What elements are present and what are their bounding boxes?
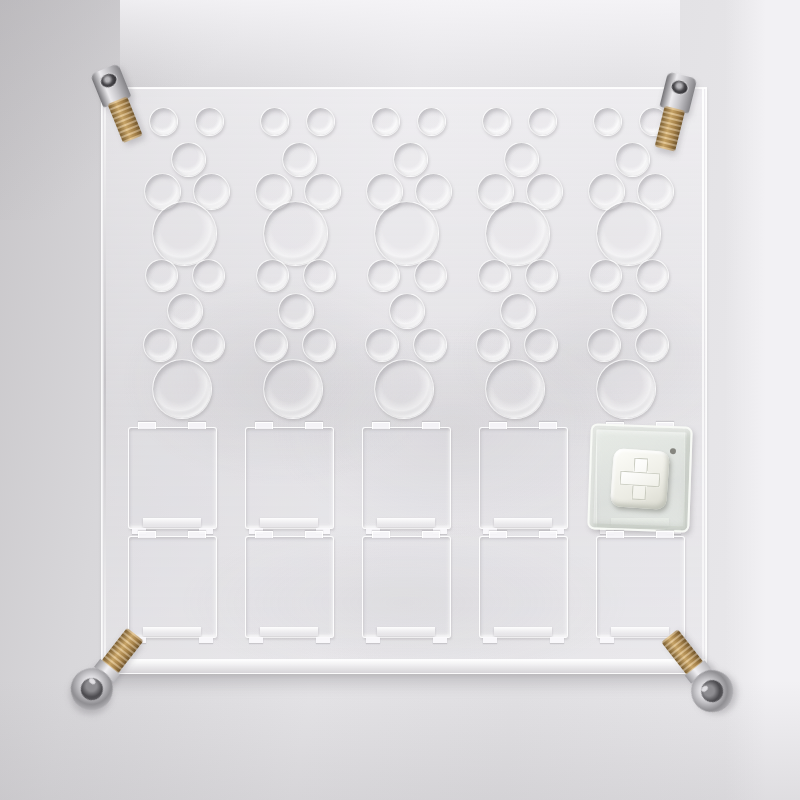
plate-edge	[102, 659, 706, 673]
cross-stem-icon	[619, 471, 660, 488]
plate-notch	[255, 531, 273, 538]
drilled-hole	[367, 259, 400, 292]
drilled-hole	[635, 328, 669, 362]
plate-notch	[143, 627, 200, 636]
drilled-hole	[596, 359, 656, 419]
plate-notch	[550, 637, 564, 643]
drilled-hole	[589, 259, 622, 292]
plate-notch	[422, 531, 440, 538]
drilled-hole	[485, 201, 550, 266]
plate-notch	[199, 637, 213, 643]
drilled-hole	[524, 328, 558, 362]
plate-notch	[138, 422, 156, 429]
plate-notch	[249, 637, 263, 643]
drilled-hole	[636, 259, 669, 292]
drilled-hole	[256, 259, 289, 292]
plate-notch	[143, 518, 200, 527]
plate-notch	[494, 518, 551, 527]
plate-notch	[494, 627, 551, 636]
drilled-hole	[528, 107, 557, 136]
drilled-hole	[593, 107, 622, 136]
hex-socket-icon	[669, 78, 690, 97]
plate-notch	[539, 531, 557, 538]
drilled-hole	[278, 293, 314, 329]
drilled-hole	[615, 142, 650, 177]
switch-cutout	[596, 427, 685, 529]
drilled-hole	[587, 328, 621, 362]
plate-notch	[188, 531, 206, 538]
drilled-hole	[482, 107, 511, 136]
drilled-hole	[596, 201, 661, 266]
drilled-hole	[195, 107, 224, 136]
drilled-hole	[371, 107, 400, 136]
plate-notch	[377, 627, 434, 636]
plate-notch	[489, 422, 507, 429]
paper-highlight-top	[120, 0, 680, 90]
drilled-hole	[167, 293, 203, 329]
plate-notch	[372, 531, 390, 538]
plate-notch	[433, 637, 447, 643]
drilled-hole	[504, 142, 539, 177]
drilled-hole	[393, 142, 428, 177]
drilled-hole	[143, 328, 177, 362]
switch-cutout	[128, 427, 217, 529]
drilled-hole	[260, 107, 289, 136]
plate-notch	[260, 627, 317, 636]
plate-notch	[606, 531, 624, 538]
drilled-hole	[303, 259, 336, 292]
drilled-hole	[476, 328, 510, 362]
plate-notch	[305, 531, 323, 538]
paper-shadow-bottom	[0, 680, 800, 800]
plate-notch	[656, 531, 674, 538]
switch-cutout	[245, 427, 334, 529]
drilled-hole	[611, 293, 647, 329]
plate-edge	[104, 88, 106, 673]
drilled-hole	[374, 201, 439, 266]
drilled-hole	[485, 359, 545, 419]
plate-notch	[377, 518, 434, 527]
plate-notch	[255, 422, 273, 429]
plate-notch	[489, 531, 507, 538]
drilled-hole	[374, 359, 434, 419]
drilled-hole	[306, 107, 335, 136]
hex-socket-icon	[98, 70, 120, 91]
switch-cutout	[128, 536, 217, 638]
plate-notch	[422, 422, 440, 429]
switch-cutout	[362, 536, 451, 638]
drilled-hole	[365, 328, 399, 362]
drilled-hole	[152, 201, 217, 266]
switch-cutout	[362, 427, 451, 529]
drilled-hole	[282, 142, 317, 177]
drilled-hole	[413, 328, 447, 362]
plate-notch	[600, 637, 614, 643]
drilled-hole	[414, 259, 447, 292]
plate-notch	[138, 531, 156, 538]
drilled-hole	[149, 107, 178, 136]
keyboard-switch	[587, 423, 693, 532]
plate-notch	[611, 627, 668, 636]
drilled-hole	[254, 328, 288, 362]
scene	[0, 0, 800, 800]
drilled-hole	[191, 328, 225, 362]
plate-notch	[260, 518, 317, 527]
drilled-hole	[171, 142, 206, 177]
drilled-hole	[500, 293, 536, 329]
brass-spacer	[654, 106, 685, 152]
led-hole	[669, 448, 675, 454]
plate-notch	[539, 422, 557, 429]
drilled-hole	[263, 359, 323, 419]
plate-notch	[483, 637, 497, 643]
drilled-hole	[263, 201, 328, 266]
drilled-hole	[192, 259, 225, 292]
drilled-hole	[525, 259, 558, 292]
drilled-hole	[152, 359, 212, 419]
plate-notch	[316, 637, 330, 643]
drilled-hole	[478, 259, 511, 292]
plate-edge	[702, 88, 704, 673]
plate-notch	[372, 422, 390, 429]
drilled-hole	[302, 328, 336, 362]
drilled-hole	[145, 259, 178, 292]
drilled-hole	[389, 293, 425, 329]
switch-cutout	[245, 536, 334, 638]
switch-cutout	[479, 536, 568, 638]
plate-notch	[188, 422, 206, 429]
plate-notch	[305, 422, 323, 429]
drilled-hole	[417, 107, 446, 136]
switch-cutout	[596, 536, 685, 638]
plate-notch	[366, 637, 380, 643]
switch-cutout	[479, 427, 568, 529]
switch-stem	[610, 448, 670, 510]
